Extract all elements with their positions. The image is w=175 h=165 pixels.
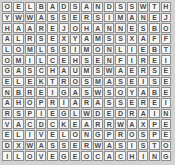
grid-cell[interactable]: E — [149, 13, 159, 23]
grid-cell[interactable]: S — [59, 13, 69, 23]
grid-cell[interactable]: P — [25, 109, 35, 119]
grid-cell[interactable]: E — [47, 151, 57, 161]
grid-cell[interactable]: O — [25, 98, 35, 108]
grid-cell[interactable]: E — [161, 119, 171, 129]
grid-cell[interactable]: H — [2, 23, 12, 33]
grid-cell[interactable]: R — [81, 13, 91, 23]
grid-cell[interactable]: A — [2, 34, 12, 44]
grid-cell[interactable]: P — [149, 130, 159, 140]
grid-cell[interactable]: L — [13, 77, 23, 87]
grid-cell[interactable]: S — [93, 66, 103, 76]
grid-cell[interactable]: R — [81, 98, 91, 108]
grid-cell[interactable]: L — [59, 130, 69, 140]
grid-cell[interactable]: E — [70, 119, 80, 129]
grid-cell[interactable]: C — [36, 66, 46, 76]
grid-cell[interactable]: S — [104, 34, 114, 44]
grid-cell[interactable]: Y — [2, 13, 12, 23]
grid-cell[interactable]: Y — [127, 87, 137, 97]
grid-cell[interactable]: E — [127, 98, 137, 108]
grid-cell[interactable]: E — [70, 141, 80, 151]
grid-cell[interactable]: E — [161, 66, 171, 76]
grid-cell[interactable]: A — [13, 119, 23, 129]
grid-cell[interactable]: I — [59, 98, 69, 108]
grid-cell[interactable]: D — [2, 141, 12, 151]
grid-cell[interactable]: G — [93, 130, 103, 140]
grid-cell[interactable]: E — [93, 55, 103, 65]
grid-cell[interactable]: A — [127, 119, 137, 129]
grid-cell[interactable]: A — [81, 2, 91, 12]
grid-cell[interactable]: E — [127, 23, 137, 33]
grid-cell[interactable]: E — [13, 2, 23, 12]
grid-cell[interactable]: E — [36, 87, 46, 97]
grid-cell[interactable]: T — [149, 2, 159, 12]
grid-cell[interactable]: S — [36, 34, 46, 44]
grid-cell[interactable]: N — [161, 109, 171, 119]
grid-cell[interactable]: S — [13, 109, 23, 119]
grid-cell[interactable]: N — [104, 55, 114, 65]
grid-cell[interactable]: E — [138, 45, 148, 55]
grid-cell[interactable]: E — [104, 109, 114, 119]
grid-cell[interactable]: E — [149, 98, 159, 108]
grid-cell[interactable]: E — [70, 151, 80, 161]
grid-cell[interactable]: O — [115, 87, 125, 97]
grid-cell[interactable]: V — [36, 130, 46, 140]
grid-cell[interactable]: G — [59, 109, 69, 119]
grid-cell[interactable]: U — [70, 66, 80, 76]
grid-cell[interactable]: L — [2, 45, 12, 55]
grid-cell[interactable]: X — [13, 141, 23, 151]
grid-cell[interactable]: R — [138, 55, 148, 65]
grid-cell[interactable]: Y — [70, 34, 80, 44]
grid-cell[interactable]: S — [138, 141, 148, 151]
grid-cell[interactable]: A — [47, 2, 57, 12]
grid-cell[interactable]: E — [161, 87, 171, 97]
grid-cell[interactable]: E — [47, 23, 57, 33]
grid-cell[interactable]: V — [36, 151, 46, 161]
grid-cell[interactable]: E — [25, 77, 35, 87]
grid-cell[interactable]: A — [104, 151, 114, 161]
grid-cell[interactable]: A — [104, 141, 114, 151]
grid-cell[interactable]: B — [149, 45, 159, 55]
grid-cell[interactable]: D — [93, 109, 103, 119]
grid-cell[interactable]: L — [115, 45, 125, 55]
grid-cell[interactable]: F — [149, 34, 159, 44]
grid-cell[interactable]: W — [93, 141, 103, 151]
grid-cell[interactable]: L — [36, 45, 46, 55]
grid-cell[interactable]: W — [25, 141, 35, 151]
grid-cell[interactable]: N — [93, 2, 103, 12]
grid-cell[interactable]: R — [47, 98, 57, 108]
grid-cell[interactable]: H — [161, 2, 171, 12]
grid-cell[interactable]: R — [2, 109, 12, 119]
grid-cell[interactable]: S — [115, 77, 125, 87]
grid-cell[interactable]: S — [104, 98, 114, 108]
grid-cell[interactable]: E — [47, 109, 57, 119]
grid-cell[interactable]: C — [93, 151, 103, 161]
grid-cell[interactable]: S — [81, 77, 91, 87]
grid-cell[interactable]: A — [36, 13, 46, 23]
grid-cell[interactable]: I — [127, 141, 137, 151]
grid-cell[interactable]: S — [47, 141, 57, 151]
word-search-grid: OELBADSANDSSWTHYWWASSERSIMANEJHAAREJOHAN… — [2, 2, 171, 161]
grid-cell[interactable]: R — [59, 77, 69, 87]
grid-cell[interactable]: K — [59, 119, 69, 129]
grid-cell[interactable]: B — [149, 23, 159, 33]
grid-cell[interactable]: O — [70, 77, 80, 87]
grid-cell[interactable]: A — [81, 34, 91, 44]
grid-cell[interactable]: G — [59, 151, 69, 161]
grid-cell[interactable]: S — [47, 13, 57, 23]
grid-cell[interactable]: S — [127, 2, 137, 12]
grid-cell[interactable]: O — [70, 23, 80, 33]
grid-cell[interactable]: P — [36, 98, 46, 108]
grid-cell[interactable]: I — [2, 151, 12, 161]
grid-cell[interactable]: R — [115, 130, 125, 140]
grid-cell[interactable]: J — [161, 13, 171, 23]
grid-cell[interactable]: S — [47, 45, 57, 55]
grid-cell[interactable]: R — [81, 141, 91, 151]
grid-cell[interactable]: J — [59, 23, 69, 33]
grid-cell[interactable]: H — [81, 23, 91, 33]
grid-cell[interactable]: E — [2, 130, 12, 140]
grid-cell[interactable]: C — [47, 55, 57, 65]
grid-cell[interactable]: I — [25, 55, 35, 65]
grid-cell[interactable]: W — [93, 87, 103, 97]
grid-cell[interactable]: R — [104, 119, 114, 129]
grid-cell[interactable]: P — [149, 119, 159, 129]
grid-cell[interactable]: T — [47, 77, 57, 87]
grid-cell[interactable]: I — [127, 55, 137, 65]
grid-cell[interactable]: S — [115, 34, 125, 44]
grid-cell[interactable]: B — [36, 2, 46, 12]
grid-cell[interactable]: C — [115, 151, 125, 161]
grid-cell[interactable]: S — [104, 87, 114, 97]
grid-cell[interactable]: I — [47, 87, 57, 97]
grid-cell[interactable]: H — [70, 55, 80, 65]
grid-cell[interactable]: I — [149, 109, 159, 119]
grid-cell[interactable]: N — [104, 45, 114, 55]
grid-cell[interactable]: I — [104, 13, 114, 23]
grid-cell[interactable]: A — [13, 66, 23, 76]
grid-cell[interactable]: O — [161, 141, 171, 151]
grid-cell[interactable]: M — [115, 13, 125, 23]
grid-cell[interactable]: D — [59, 2, 69, 12]
grid-cell[interactable]: F — [115, 55, 125, 65]
grid-cell[interactable]: N — [115, 23, 125, 33]
grid-cell[interactable]: A — [13, 23, 23, 33]
grid-cell[interactable]: F — [161, 34, 171, 44]
grid-cell[interactable]: R — [127, 109, 137, 119]
grid-cell[interactable]: M — [93, 77, 103, 87]
word-search-puzzle: OELBADSANDSSWTHYWWASSERSIMANEJHAAREJOHAN… — [0, 0, 175, 165]
grid-cell[interactable]: S — [149, 77, 159, 87]
grid-cell[interactable]: N — [149, 151, 159, 161]
grid-cell[interactable]: S — [149, 66, 159, 76]
grid-cell[interactable]: W — [81, 109, 91, 119]
grid-cell[interactable]: L — [13, 151, 23, 161]
grid-cell[interactable]: A — [138, 34, 148, 44]
grid-cell[interactable]: A — [70, 98, 80, 108]
grid-cell[interactable]: A — [115, 66, 125, 76]
grid-cell[interactable]: O — [81, 151, 91, 161]
grid-cell[interactable]: O — [2, 55, 12, 65]
grid-cell[interactable]: P — [104, 130, 114, 140]
grid-cell[interactable]: A — [25, 23, 35, 33]
grid-cell[interactable]: M — [93, 34, 103, 44]
grid-cell[interactable]: W — [138, 2, 148, 12]
grid-cell[interactable]: G — [161, 151, 171, 161]
grid-cell[interactable]: R — [25, 87, 35, 97]
grid-cell[interactable]: S — [81, 87, 91, 97]
grid-cell[interactable]: O — [93, 45, 103, 55]
grid-cell[interactable]: L — [36, 55, 46, 65]
grid-cell[interactable]: W — [104, 66, 114, 76]
grid-cell[interactable]: M — [81, 66, 91, 76]
grid-cell[interactable]: S — [70, 2, 80, 12]
grid-cell[interactable]: E — [127, 77, 137, 87]
grid-cell[interactable]: S — [115, 2, 125, 12]
grid-cell[interactable]: I — [25, 130, 35, 140]
grid-cell[interactable]: A — [93, 98, 103, 108]
grid-cell[interactable]: A — [138, 109, 148, 119]
grid-cell[interactable]: X — [127, 34, 137, 44]
grid-cell[interactable]: E — [161, 77, 171, 87]
grid-cell[interactable]: R — [36, 23, 46, 33]
grid-cell[interactable]: O — [2, 2, 12, 12]
grid-cell[interactable]: E — [149, 55, 159, 65]
grid-cell[interactable]: H — [47, 66, 57, 76]
grid-cell[interactable]: D — [104, 2, 114, 12]
grid-cell[interactable]: S — [93, 13, 103, 23]
grid-cell[interactable]: E — [47, 34, 57, 44]
grid-cell[interactable]: O — [127, 130, 137, 140]
grid-cell[interactable]: N — [2, 87, 12, 97]
grid-cell[interactable]: S — [25, 66, 35, 76]
grid-cell[interactable]: L — [13, 34, 23, 44]
grid-cell[interactable]: L — [70, 109, 80, 119]
grid-cell[interactable]: T — [149, 141, 159, 151]
grid-cell[interactable]: B — [13, 87, 23, 97]
grid-cell[interactable]: M — [81, 45, 91, 55]
grid-cell[interactable]: C — [25, 119, 35, 129]
grid-cell[interactable]: A — [36, 141, 46, 151]
grid-cell[interactable]: S — [59, 45, 69, 55]
grid-cell[interactable]: A — [70, 87, 80, 97]
grid-cell[interactable]: E — [59, 55, 69, 65]
grid-cell[interactable]: R — [93, 119, 103, 129]
grid-cell[interactable]: E — [70, 13, 80, 23]
grid-cell[interactable]: S — [81, 55, 91, 65]
grid-cell[interactable]: M — [13, 55, 23, 65]
grid-cell[interactable]: A — [2, 98, 12, 108]
grid-cell[interactable]: S — [138, 130, 148, 140]
grid-cell[interactable]: O — [13, 45, 23, 55]
grid-cell[interactable]: K — [36, 77, 46, 87]
grid-cell[interactable]: R — [138, 98, 148, 108]
grid-cell[interactable]: A — [93, 23, 103, 33]
grid-cell[interactable]: N — [81, 130, 91, 140]
grid-cell[interactable]: V — [2, 119, 12, 129]
grid-cell[interactable]: I — [70, 45, 80, 55]
grid-cell[interactable]: E — [161, 130, 171, 140]
grid-cell[interactable]: S — [138, 23, 148, 33]
grid-cell[interactable]: L — [13, 130, 23, 140]
grid-cell[interactable]: O — [25, 151, 35, 161]
grid-cell[interactable]: A — [81, 119, 91, 129]
grid-cell[interactable]: R — [138, 66, 148, 76]
grid-cell[interactable]: W — [25, 13, 35, 23]
grid-cell[interactable]: E — [2, 77, 12, 87]
grid-cell[interactable]: C — [47, 119, 57, 129]
grid-cell[interactable]: X — [138, 119, 148, 129]
grid-cell[interactable]: H — [13, 98, 23, 108]
grid-cell[interactable]: E — [47, 130, 57, 140]
grid-cell[interactable]: B — [149, 87, 159, 97]
grid-cell[interactable]: N — [138, 13, 148, 23]
grid-cell[interactable]: S — [115, 141, 125, 151]
grid-cell[interactable]: T — [161, 45, 171, 55]
grid-cell[interactable]: O — [70, 130, 80, 140]
grid-cell[interactable]: R — [25, 34, 35, 44]
grid-cell[interactable]: G — [2, 66, 12, 76]
grid-cell[interactable]: G — [59, 87, 69, 97]
grid-cell[interactable]: H — [127, 151, 137, 161]
grid-cell[interactable]: N — [104, 23, 114, 33]
grid-cell[interactable]: I — [36, 109, 46, 119]
grid-cell[interactable]: M — [25, 45, 35, 55]
grid-cell[interactable]: I — [138, 77, 148, 87]
grid-cell[interactable]: D — [115, 109, 125, 119]
grid-cell[interactable]: D — [36, 119, 46, 129]
grid-cell[interactable]: L — [25, 2, 35, 12]
grid-cell[interactable]: O — [161, 23, 171, 33]
grid-cell[interactable]: I — [161, 98, 171, 108]
grid-cell[interactable]: I — [138, 151, 148, 161]
grid-cell[interactable]: A — [104, 77, 114, 87]
grid-cell[interactable]: W — [115, 119, 125, 129]
grid-cell[interactable]: A — [59, 66, 69, 76]
grid-cell[interactable]: A — [138, 87, 148, 97]
grid-cell[interactable]: X — [59, 34, 69, 44]
grid-cell[interactable]: W — [13, 13, 23, 23]
grid-cell[interactable]: S — [59, 141, 69, 151]
grid-cell[interactable]: I — [127, 45, 137, 55]
grid-cell[interactable]: S — [115, 98, 125, 108]
grid-cell[interactable]: A — [127, 13, 137, 23]
grid-cell[interactable]: E — [127, 66, 137, 76]
grid-cell[interactable]: I — [161, 55, 171, 65]
